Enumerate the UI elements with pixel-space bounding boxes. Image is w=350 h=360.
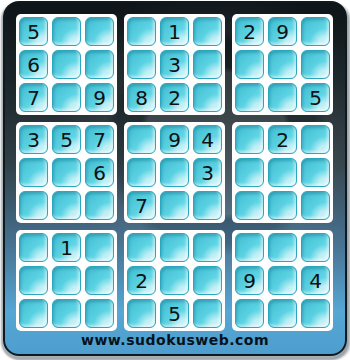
cell-r9c2[interactable] (52, 299, 81, 328)
cell-r2c7[interactable] (235, 50, 264, 79)
cell-r5c3: 6 (85, 158, 114, 187)
cell-r9c3[interactable] (85, 299, 114, 328)
box-r2c2: 9437 (124, 122, 225, 223)
cell-r7c4[interactable] (127, 233, 156, 262)
cell-r9c1[interactable] (19, 299, 48, 328)
box-r3c3: 94 (232, 230, 333, 331)
cell-r7c6[interactable] (193, 233, 222, 262)
cell-r8c3[interactable] (85, 266, 114, 295)
cell-r8c2[interactable] (52, 266, 81, 295)
cell-r3c3: 9 (85, 83, 114, 112)
cell-r7c3[interactable] (85, 233, 114, 262)
sudoku-grid: 5679138229535769437212594 (16, 14, 333, 331)
cell-r2c8[interactable] (268, 50, 297, 79)
cell-r4c5: 9 (160, 125, 189, 154)
cell-r4c8: 2 (268, 125, 297, 154)
cell-r5c4[interactable] (127, 158, 156, 187)
cell-r7c1[interactable] (19, 233, 48, 262)
cell-r4c1: 3 (19, 125, 48, 154)
cell-r7c5[interactable] (160, 233, 189, 262)
sudoku-board-frame: 5679138229535769437212594 www.sudokusweb… (3, 1, 347, 356)
cell-r8c8[interactable] (268, 266, 297, 295)
cell-r1c8: 9 (268, 17, 297, 46)
cell-r5c6: 3 (193, 158, 222, 187)
cell-r2c1: 6 (19, 50, 48, 79)
cell-r9c9[interactable] (301, 299, 330, 328)
cell-r3c4: 8 (127, 83, 156, 112)
cell-r6c9[interactable] (301, 191, 330, 220)
cell-r4c7[interactable] (235, 125, 264, 154)
cell-r6c1[interactable] (19, 191, 48, 220)
cell-r3c1: 7 (19, 83, 48, 112)
cell-r1c7: 2 (235, 17, 264, 46)
cell-r4c3: 7 (85, 125, 114, 154)
cell-r6c6[interactable] (193, 191, 222, 220)
cell-r8c1[interactable] (19, 266, 48, 295)
cell-r8c7: 9 (235, 266, 264, 295)
cell-r8c9: 4 (301, 266, 330, 295)
cell-r4c4[interactable] (127, 125, 156, 154)
cell-r6c2[interactable] (52, 191, 81, 220)
cell-r2c2[interactable] (52, 50, 81, 79)
cell-r5c7[interactable] (235, 158, 264, 187)
cell-r3c9: 5 (301, 83, 330, 112)
cell-r4c9[interactable] (301, 125, 330, 154)
cell-r6c3[interactable] (85, 191, 114, 220)
box-r2c3: 2 (232, 122, 333, 223)
cell-r2c9[interactable] (301, 50, 330, 79)
cell-r1c3[interactable] (85, 17, 114, 46)
cell-r1c9[interactable] (301, 17, 330, 46)
cell-r6c7[interactable] (235, 191, 264, 220)
cell-r7c9[interactable] (301, 233, 330, 262)
box-r3c2: 25 (124, 230, 225, 331)
cell-r4c2: 5 (52, 125, 81, 154)
cell-r5c9[interactable] (301, 158, 330, 187)
cell-r8c5[interactable] (160, 266, 189, 295)
cell-r5c8[interactable] (268, 158, 297, 187)
cell-r2c5: 3 (160, 50, 189, 79)
cell-r1c1: 5 (19, 17, 48, 46)
cell-r4c6: 4 (193, 125, 222, 154)
cell-r6c5[interactable] (160, 191, 189, 220)
cell-r2c4[interactable] (127, 50, 156, 79)
box-r1c3: 295 (232, 14, 333, 115)
cell-r9c8[interactable] (268, 299, 297, 328)
box-r2c1: 3576 (16, 122, 117, 223)
cell-r7c2: 1 (52, 233, 81, 262)
cell-r8c6[interactable] (193, 266, 222, 295)
box-r1c2: 1382 (124, 14, 225, 115)
cell-r1c6[interactable] (193, 17, 222, 46)
cell-r3c8[interactable] (268, 83, 297, 112)
cell-r9c5: 5 (160, 299, 189, 328)
cell-r3c6[interactable] (193, 83, 222, 112)
cell-r9c4[interactable] (127, 299, 156, 328)
cell-r9c6[interactable] (193, 299, 222, 328)
cell-r7c7[interactable] (235, 233, 264, 262)
cell-r3c7[interactable] (235, 83, 264, 112)
cell-r9c7[interactable] (235, 299, 264, 328)
cell-r1c2[interactable] (52, 17, 81, 46)
cell-r3c2[interactable] (52, 83, 81, 112)
cell-r2c6[interactable] (193, 50, 222, 79)
cell-r1c5: 1 (160, 17, 189, 46)
cell-r3c5: 2 (160, 83, 189, 112)
cell-r5c1[interactable] (19, 158, 48, 187)
box-r1c1: 5679 (16, 14, 117, 115)
cell-r7c8[interactable] (268, 233, 297, 262)
website-url[interactable]: www.sudokusweb.com (5, 332, 345, 348)
cell-r2c3[interactable] (85, 50, 114, 79)
cell-r5c2[interactable] (52, 158, 81, 187)
cell-r5c5[interactable] (160, 158, 189, 187)
cell-r6c4: 7 (127, 191, 156, 220)
cell-r1c4[interactable] (127, 17, 156, 46)
cell-r8c4: 2 (127, 266, 156, 295)
box-r3c1: 1 (16, 230, 117, 331)
cell-r6c8[interactable] (268, 191, 297, 220)
